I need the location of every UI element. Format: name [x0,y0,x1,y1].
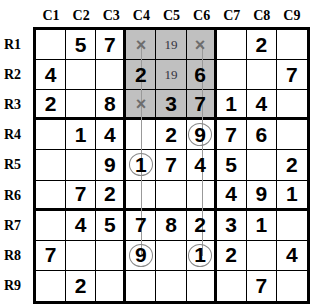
digit: 1 [135,153,147,177]
cell-R1C2[interactable]: 5 [66,30,96,60]
cell-R9C3[interactable] [96,271,126,301]
cell-R2C3[interactable] [96,60,126,90]
cell-R6C2[interactable]: 7 [66,181,96,211]
cell-R7C4[interactable]: 7 [126,211,156,241]
cell-R6C7[interactable]: 4 [217,181,247,211]
row-label-R3: R3 [0,90,33,120]
row-label-R4: R4 [0,120,33,150]
cell-R7C9[interactable] [277,211,307,241]
digit: 5 [225,153,237,177]
digit: 4 [255,92,267,116]
digit: 9 [104,153,116,177]
cell-R4C8[interactable]: 6 [247,120,277,150]
cell-R3C2[interactable] [66,90,96,120]
row-label-R8: R8 [0,241,33,271]
cell-R7C3[interactable]: 5 [96,211,126,241]
digit: 4 [45,63,57,87]
row-label-R1: R1 [0,30,33,60]
cell-R8C9[interactable]: 4 [277,241,307,271]
cell-R4C3[interactable]: 4 [96,120,126,150]
cell-R4C1[interactable] [36,120,66,150]
cell-R3C3[interactable]: 8 [96,90,126,120]
cell-R9C7[interactable] [217,271,247,301]
cell-R5C5[interactable]: 7 [156,150,186,180]
digit: 6 [194,63,206,87]
digit: 2 [104,182,116,206]
cell-R9C1[interactable] [36,271,66,301]
cell-R6C3[interactable]: 2 [96,181,126,211]
digit: 2 [75,274,87,298]
digit: 4 [286,243,298,267]
cell-R7C8[interactable]: 1 [247,211,277,241]
digit: 4 [75,213,87,237]
digit: 2 [286,153,298,177]
cell-R2C6[interactable]: 6 [187,60,217,90]
corner-spacer [0,0,33,27]
cell-R9C8[interactable]: 7 [247,271,277,301]
digit: 7 [286,63,298,87]
digit: 1 [225,92,237,116]
cell-R2C5[interactable]: 19 [156,60,186,90]
cell-R5C2[interactable] [66,150,96,180]
cell-R8C7[interactable]: 2 [217,241,247,271]
x-mark: × [136,36,147,54]
col-label-C8: C8 [247,0,277,27]
digit: 7 [75,182,87,206]
row-label-R2: R2 [0,60,33,90]
col-label-C4: C4 [126,0,156,27]
candidates: 19 [164,67,177,83]
digit: 2 [135,63,147,87]
cell-R8C8[interactable] [247,241,277,271]
cell-R4C7[interactable]: 7 [217,120,247,150]
cell-R7C7[interactable]: 3 [217,211,247,241]
digit: 7 [104,33,116,57]
col-label-C7: C7 [217,0,247,27]
digit: 4 [225,182,237,206]
cell-R9C5[interactable] [156,271,186,301]
col-label-C6: C6 [187,0,217,27]
cell-R3C8[interactable]: 4 [247,90,277,120]
digit: 4 [104,123,116,147]
cell-R3C9[interactable] [277,90,307,120]
candidates: 19 [164,37,177,53]
row-label-R6: R6 [0,181,33,211]
cell-R7C2[interactable]: 4 [66,211,96,241]
cell-R4C9[interactable] [277,120,307,150]
cell-R9C9[interactable] [277,271,307,301]
cell-R5C9[interactable]: 2 [277,150,307,180]
cell-R8C1[interactable]: 7 [36,241,66,271]
cell-R8C2[interactable] [66,241,96,271]
cell-R6C1[interactable] [36,181,66,211]
digit: 8 [165,213,177,237]
circled-digit: 1 [188,244,212,267]
digit: 7 [45,243,57,267]
digit: 6 [255,123,267,147]
cell-R2C8[interactable] [247,60,277,90]
col-label-C9: C9 [277,0,307,27]
row-label-R9: R9 [0,271,33,301]
cell-R8C4[interactable]: 9 [126,241,156,271]
digit: 1 [255,213,267,237]
cell-R5C3[interactable]: 9 [96,150,126,180]
x-mark: × [195,36,206,54]
cell-R1C3[interactable]: 7 [96,30,126,60]
cell-R4C5[interactable]: 2 [156,120,186,150]
cell-R2C9[interactable]: 7 [277,60,307,90]
digit: 9 [194,123,206,147]
cell-R9C6[interactable] [187,271,217,301]
digit: 5 [104,213,116,237]
cell-R3C5[interactable]: 3 [156,90,186,120]
row-label-R7: R7 [0,211,33,241]
cell-R4C6[interactable]: 9 [187,120,217,150]
digit: 7 [194,92,206,116]
cell-R6C9[interactable]: 1 [277,181,307,211]
cell-R2C2[interactable] [66,60,96,90]
cell-R5C8[interactable] [247,150,277,180]
x-mark: × [136,95,147,113]
col-label-C3: C3 [96,0,126,27]
cell-R9C4[interactable] [126,271,156,301]
cell-R9C2[interactable]: 2 [66,271,96,301]
row-label-R5: R5 [0,150,33,180]
digit: 7 [225,123,237,147]
circled-digit: 1 [129,153,153,176]
cell-R1C7[interactable] [217,30,247,60]
circled-digit: 9 [188,123,212,146]
col-label-C1: C1 [36,0,66,27]
cell-R5C1[interactable] [36,150,66,180]
digit: 2 [194,213,206,237]
cell-R6C5[interactable] [156,181,186,211]
cell-R1C8[interactable]: 2 [247,30,277,60]
sudoku-board: 57×19×242196728×371414297691745272491457… [33,27,310,304]
digit: 7 [135,213,147,237]
cell-R1C1[interactable] [36,30,66,60]
digit: 3 [165,92,177,116]
digit: 2 [225,243,237,267]
digit: 8 [104,92,116,116]
cell-R8C5[interactable] [156,241,186,271]
cell-R2C4[interactable]: 2 [126,60,156,90]
digit: 9 [135,243,147,267]
digit: 1 [75,123,87,147]
cell-R1C5[interactable]: 19 [156,30,186,60]
row-labels: R1R2R3R4R5R6R7R8R9 [0,27,33,304]
sudoku-diagram: C1C2C3C4C5C6C7C8C9 R1R2R3R4R5R6R7R8R9 57… [0,0,310,304]
digit: 5 [75,33,87,57]
column-labels: C1C2C3C4C5C6C7C8C9 [33,0,310,27]
cell-R2C1[interactable]: 4 [36,60,66,90]
digit: 2 [165,123,177,147]
cell-R5C7[interactable]: 5 [217,150,247,180]
col-label-C5: C5 [156,0,186,27]
cell-R5C6[interactable]: 4 [187,150,217,180]
cell-R3C1[interactable]: 2 [36,90,66,120]
cell-R7C6[interactable]: 2 [187,211,217,241]
cell-R2C7[interactable] [217,60,247,90]
digit: 4 [194,153,206,177]
cell-R6C8[interactable]: 9 [247,181,277,211]
cell-R7C5[interactable]: 8 [156,211,186,241]
digit: 1 [194,243,206,267]
circled-digit: 9 [129,244,153,267]
cell-R4C2[interactable]: 1 [66,120,96,150]
cell-R1C9[interactable] [277,30,307,60]
cell-R8C3[interactable] [96,241,126,271]
cell-R7C1[interactable] [36,211,66,241]
digit: 3 [225,213,237,237]
col-label-C2: C2 [66,0,96,27]
cell-R5C4[interactable]: 1 [126,150,156,180]
digit: 9 [255,182,267,206]
digit: 2 [45,92,57,116]
digit: 7 [255,274,267,298]
digit: 7 [165,153,177,177]
cell-R3C7[interactable]: 1 [217,90,247,120]
digit: 2 [255,33,267,57]
cell-R8C6[interactable]: 1 [187,241,217,271]
digit: 1 [286,182,298,206]
